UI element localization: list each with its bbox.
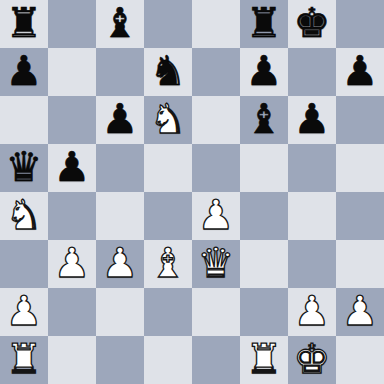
square-d7[interactable]: ♞ [144, 48, 192, 96]
square-h3[interactable] [336, 240, 384, 288]
square-e2[interactable] [192, 288, 240, 336]
square-h1[interactable] [336, 336, 384, 384]
square-a6[interactable] [0, 96, 48, 144]
piece-black-pawn-a7[interactable]: ♟ [6, 47, 43, 95]
square-g4[interactable] [288, 192, 336, 240]
piece-white-queen-e3[interactable]: ♛ [198, 239, 235, 287]
square-e3[interactable]: ♛ [192, 240, 240, 288]
square-d6[interactable]: ♞ [144, 96, 192, 144]
piece-white-knight-a4[interactable]: ♞ [6, 191, 43, 239]
piece-black-pawn-g6[interactable]: ♟ [294, 95, 331, 143]
square-b2[interactable] [48, 288, 96, 336]
square-f6[interactable]: ♝ [240, 96, 288, 144]
square-g5[interactable] [288, 144, 336, 192]
square-g6[interactable]: ♟ [288, 96, 336, 144]
square-d1[interactable] [144, 336, 192, 384]
square-d4[interactable] [144, 192, 192, 240]
square-c1[interactable] [96, 336, 144, 384]
square-h5[interactable] [336, 144, 384, 192]
square-f1[interactable]: ♜ [240, 336, 288, 384]
square-b1[interactable] [48, 336, 96, 384]
square-f5[interactable] [240, 144, 288, 192]
square-c8[interactable]: ♝ [96, 0, 144, 48]
square-g2[interactable]: ♟ [288, 288, 336, 336]
piece-white-knight-d6[interactable]: ♞ [150, 95, 187, 143]
square-c3[interactable]: ♟ [96, 240, 144, 288]
piece-white-pawn-b3[interactable]: ♟ [54, 239, 91, 287]
piece-black-rook-f8[interactable]: ♜ [246, 0, 283, 47]
square-a3[interactable] [0, 240, 48, 288]
square-h4[interactable] [336, 192, 384, 240]
piece-white-pawn-a2[interactable]: ♟ [6, 287, 43, 335]
piece-black-bishop-f6[interactable]: ♝ [246, 95, 283, 143]
square-a5[interactable]: ♛ [0, 144, 48, 192]
square-d3[interactable]: ♝ [144, 240, 192, 288]
square-c2[interactable] [96, 288, 144, 336]
square-a1[interactable]: ♜ [0, 336, 48, 384]
square-h8[interactable] [336, 0, 384, 48]
square-c7[interactable] [96, 48, 144, 96]
piece-black-queen-a5[interactable]: ♛ [6, 143, 43, 191]
square-a8[interactable]: ♜ [0, 0, 48, 48]
square-f7[interactable]: ♟ [240, 48, 288, 96]
square-d8[interactable] [144, 0, 192, 48]
square-f4[interactable] [240, 192, 288, 240]
piece-black-knight-d7[interactable]: ♞ [150, 47, 187, 95]
piece-white-pawn-h2[interactable]: ♟ [342, 287, 379, 335]
square-e1[interactable] [192, 336, 240, 384]
square-f2[interactable] [240, 288, 288, 336]
square-e5[interactable] [192, 144, 240, 192]
piece-white-rook-a1[interactable]: ♜ [6, 335, 43, 383]
piece-white-rook-f1[interactable]: ♜ [246, 335, 283, 383]
square-b7[interactable] [48, 48, 96, 96]
square-c6[interactable]: ♟ [96, 96, 144, 144]
square-a2[interactable]: ♟ [0, 288, 48, 336]
piece-white-pawn-e4[interactable]: ♟ [198, 191, 235, 239]
piece-white-bishop-d3[interactable]: ♝ [150, 239, 187, 287]
piece-black-rook-a8[interactable]: ♜ [6, 0, 43, 47]
piece-white-king-g1[interactable]: ♚ [294, 335, 331, 383]
square-c5[interactable] [96, 144, 144, 192]
square-g8[interactable]: ♚ [288, 0, 336, 48]
piece-white-pawn-g2[interactable]: ♟ [294, 287, 331, 335]
square-d2[interactable] [144, 288, 192, 336]
square-b4[interactable] [48, 192, 96, 240]
square-b8[interactable] [48, 0, 96, 48]
square-g3[interactable] [288, 240, 336, 288]
piece-black-pawn-f7[interactable]: ♟ [246, 47, 283, 95]
square-b6[interactable] [48, 96, 96, 144]
square-h2[interactable]: ♟ [336, 288, 384, 336]
square-f3[interactable] [240, 240, 288, 288]
square-c4[interactable] [96, 192, 144, 240]
chess-board: ♜♝♜♚♟♞♟♟♟♞♝♟♛♟♞♟♟♟♝♛♟♟♟♜♜♚ [0, 0, 384, 384]
square-d5[interactable] [144, 144, 192, 192]
piece-black-pawn-b5[interactable]: ♟ [54, 143, 91, 191]
piece-white-pawn-c3[interactable]: ♟ [102, 239, 139, 287]
piece-black-king-g8[interactable]: ♚ [294, 0, 331, 47]
square-a7[interactable]: ♟ [0, 48, 48, 96]
square-b3[interactable]: ♟ [48, 240, 96, 288]
square-g1[interactable]: ♚ [288, 336, 336, 384]
square-g7[interactable] [288, 48, 336, 96]
square-f8[interactable]: ♜ [240, 0, 288, 48]
piece-black-pawn-c6[interactable]: ♟ [102, 95, 139, 143]
square-h7[interactable]: ♟ [336, 48, 384, 96]
square-a4[interactable]: ♞ [0, 192, 48, 240]
square-e7[interactable] [192, 48, 240, 96]
square-e6[interactable] [192, 96, 240, 144]
piece-black-bishop-c8[interactable]: ♝ [102, 0, 139, 47]
square-b5[interactable]: ♟ [48, 144, 96, 192]
square-h6[interactable] [336, 96, 384, 144]
square-e8[interactable] [192, 0, 240, 48]
square-e4[interactable]: ♟ [192, 192, 240, 240]
piece-black-pawn-h7[interactable]: ♟ [342, 47, 379, 95]
